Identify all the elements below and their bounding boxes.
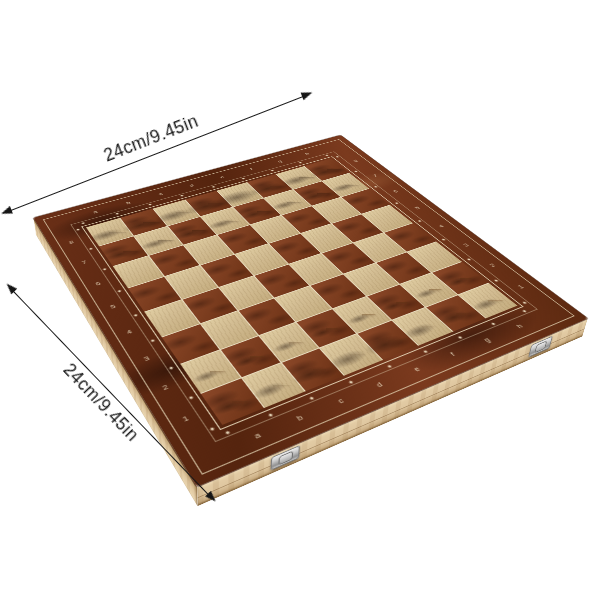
coord-label: e — [412, 366, 421, 373]
frame-dot — [89, 248, 93, 250]
coord-label: a — [253, 432, 262, 441]
frame-dot — [374, 186, 378, 188]
coord-label: c — [336, 397, 345, 405]
frame-dot — [133, 314, 137, 317]
frame-dot — [457, 336, 462, 339]
coord-label: g — [482, 337, 491, 344]
frame-dot — [169, 366, 174, 369]
square-a5 — [128, 277, 181, 311]
coord-label: 4 — [437, 224, 445, 229]
coord-label: 1 — [181, 415, 190, 423]
arrowhead-up-icon — [4, 281, 17, 294]
coord-label: 7 — [372, 174, 379, 178]
coord-label: 5 — [414, 206, 421, 210]
frame-dot — [395, 202, 399, 204]
frame-dot — [522, 310, 527, 313]
coord-label: 5 — [110, 304, 117, 310]
coord-label: d — [375, 381, 384, 388]
coord-label: h — [515, 323, 524, 329]
frame-dot — [103, 268, 107, 270]
frame-dot — [189, 396, 194, 400]
piece-light-rook-glyph: ♜ — [206, 349, 259, 408]
square-d4 — [255, 264, 309, 297]
frame-dot — [491, 322, 496, 325]
frame-dot — [76, 229, 80, 231]
arrowhead-left-icon — [0, 206, 13, 217]
frame-dot — [522, 301, 527, 304]
square-b5 — [165, 266, 217, 299]
coord-label: 7 — [81, 260, 88, 265]
arrowhead-right-icon — [301, 88, 314, 99]
coord-label: 8 — [68, 240, 74, 245]
coord-label: 4 — [126, 329, 134, 335]
square-c4 — [219, 276, 273, 310]
coord-label: 2 — [161, 384, 169, 391]
coord-label: 1 — [517, 284, 526, 290]
frame-dot — [225, 431, 230, 435]
coord-label: f — [449, 351, 457, 357]
coord-label: 3 — [143, 355, 151, 362]
frame-dot — [417, 220, 421, 222]
frame-dot — [423, 350, 428, 353]
frame-dot — [117, 290, 121, 293]
frame-dot — [309, 396, 314, 400]
coord-label: b — [295, 414, 304, 422]
frame-dot — [210, 427, 215, 431]
frame-dot — [150, 339, 154, 342]
coord-label: 6 — [392, 190, 399, 194]
coord-label: 6 — [95, 281, 102, 287]
frame-dot — [349, 380, 354, 383]
product-photo-scene: 24cm/9.45in 24cm/9.45in aa88bb77cc66dd55… — [0, 0, 600, 600]
frame-dot — [387, 365, 392, 368]
frame-dot — [268, 413, 273, 417]
